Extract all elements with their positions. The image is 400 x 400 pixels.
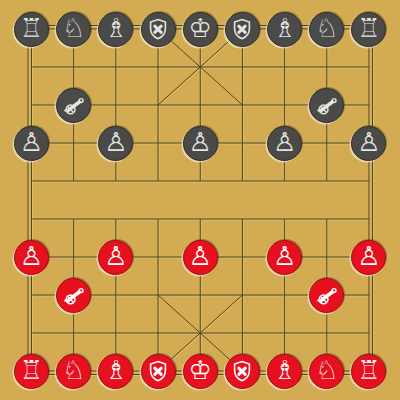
knight-icon: ♘ xyxy=(315,357,338,383)
board-point[interactable] xyxy=(10,200,52,238)
board-point[interactable]: ♘ xyxy=(53,352,95,390)
board-point[interactable] xyxy=(95,162,137,200)
piece-red-pawn[interactable]: ♙ xyxy=(98,240,133,275)
board-point[interactable] xyxy=(53,314,95,352)
board-point[interactable] xyxy=(137,276,179,314)
cannon-icon xyxy=(314,283,339,308)
xiangqi-board: ♖♘♗ ♔ ♗♘♖ ♙♙♙♙♙♙♙♙♙♙ ♖♘♗ ♔ ♗♘♖ xyxy=(0,0,400,400)
bishop-icon: ♗ xyxy=(104,15,127,41)
king-icon: ♔ xyxy=(189,357,212,383)
board-point[interactable] xyxy=(10,48,52,86)
pawn-icon: ♙ xyxy=(189,129,212,155)
piece-red-rook[interactable]: ♖ xyxy=(14,354,49,389)
board-point[interactable] xyxy=(137,352,179,390)
board-point[interactable]: ♙ xyxy=(95,238,137,276)
board-point[interactable] xyxy=(179,86,221,124)
board-point[interactable]: ♘ xyxy=(306,10,348,48)
shield-x-icon xyxy=(146,359,170,383)
board-point[interactable] xyxy=(53,200,95,238)
board-point[interactable] xyxy=(179,314,221,352)
board-point[interactable]: ♗ xyxy=(95,352,137,390)
piece-black-cannon[interactable] xyxy=(309,88,344,123)
pawn-icon: ♙ xyxy=(104,129,127,155)
piece-black-advisor[interactable] xyxy=(225,12,260,47)
board-point[interactable]: ♘ xyxy=(306,352,348,390)
board-point[interactable] xyxy=(95,314,137,352)
pawn-icon: ♙ xyxy=(20,129,43,155)
piece-black-bishop[interactable]: ♗ xyxy=(267,12,302,47)
piece-black-knight[interactable]: ♘ xyxy=(309,12,344,47)
piece-black-pawn[interactable]: ♙ xyxy=(98,126,133,161)
piece-black-king[interactable]: ♔ xyxy=(183,12,218,47)
board-point[interactable] xyxy=(221,86,263,124)
board-point[interactable] xyxy=(137,314,179,352)
piece-red-bishop[interactable]: ♗ xyxy=(98,354,133,389)
board-point[interactable] xyxy=(10,276,52,314)
board-point[interactable] xyxy=(221,48,263,86)
board-point[interactable] xyxy=(221,276,263,314)
rook-icon: ♖ xyxy=(20,15,43,41)
board-point[interactable]: ♔ xyxy=(179,10,221,48)
board-point[interactable] xyxy=(221,200,263,238)
bishop-icon: ♗ xyxy=(273,357,296,383)
board-point[interactable] xyxy=(348,276,390,314)
piece-red-rook[interactable]: ♖ xyxy=(351,354,386,389)
piece-black-cannon[interactable] xyxy=(56,88,91,123)
board-point[interactable] xyxy=(348,162,390,200)
rook-icon: ♖ xyxy=(357,15,380,41)
board-point[interactable] xyxy=(264,86,306,124)
rook-icon: ♖ xyxy=(357,357,380,383)
board-point[interactable] xyxy=(348,86,390,124)
board-point[interactable]: ♙ xyxy=(95,124,137,162)
piece-red-pawn[interactable]: ♙ xyxy=(14,240,49,275)
piece-black-rook[interactable]: ♖ xyxy=(351,12,386,47)
board-point[interactable] xyxy=(137,200,179,238)
board-point[interactable] xyxy=(10,86,52,124)
piece-black-knight[interactable]: ♘ xyxy=(56,12,91,47)
board-point[interactable] xyxy=(264,162,306,200)
board-point[interactable] xyxy=(264,200,306,238)
board-point[interactable]: ♘ xyxy=(53,10,95,48)
piece-black-pawn[interactable]: ♙ xyxy=(351,126,386,161)
piece-black-bishop[interactable]: ♗ xyxy=(98,12,133,47)
board-point[interactable] xyxy=(137,86,179,124)
board-point[interactable] xyxy=(221,314,263,352)
board-point[interactable] xyxy=(221,352,263,390)
board-point[interactable] xyxy=(53,162,95,200)
pawn-icon: ♙ xyxy=(189,243,212,269)
board-point[interactable] xyxy=(137,124,179,162)
board-point[interactable] xyxy=(179,200,221,238)
piece-red-cannon[interactable] xyxy=(309,278,344,313)
bishop-icon: ♗ xyxy=(273,15,296,41)
board-point[interactable] xyxy=(306,200,348,238)
board-point[interactable] xyxy=(53,238,95,276)
board-point[interactable]: ♙ xyxy=(10,124,52,162)
pawn-icon: ♙ xyxy=(357,243,380,269)
board-point[interactable] xyxy=(306,162,348,200)
board-point[interactable]: ♗ xyxy=(95,10,137,48)
board-point[interactable]: ♗ xyxy=(264,10,306,48)
board-point[interactable]: ♗ xyxy=(264,352,306,390)
knight-icon: ♘ xyxy=(62,357,85,383)
board-point[interactable] xyxy=(264,48,306,86)
board-point[interactable] xyxy=(348,200,390,238)
board-point[interactable]: ♙ xyxy=(348,238,390,276)
shield-x-icon xyxy=(146,17,170,41)
knight-icon: ♘ xyxy=(315,15,338,41)
shield-x-icon xyxy=(230,17,254,41)
board-point[interactable] xyxy=(53,124,95,162)
board-point[interactable] xyxy=(179,48,221,86)
board-point[interactable] xyxy=(95,48,137,86)
piece-black-pawn[interactable]: ♙ xyxy=(183,126,218,161)
board-point[interactable]: ♖ xyxy=(348,352,390,390)
board-point[interactable] xyxy=(10,314,52,352)
cannon-icon xyxy=(314,93,339,118)
board-point[interactable] xyxy=(306,238,348,276)
board-point[interactable] xyxy=(306,276,348,314)
shield-x-icon xyxy=(230,359,254,383)
pawn-icon: ♙ xyxy=(357,129,380,155)
board-point[interactable] xyxy=(348,48,390,86)
piece-red-king[interactable]: ♔ xyxy=(183,354,218,389)
piece-red-pawn[interactable]: ♙ xyxy=(351,240,386,275)
board-point[interactable]: ♔ xyxy=(179,352,221,390)
board-point[interactable] xyxy=(137,48,179,86)
piece-red-advisor[interactable] xyxy=(141,354,176,389)
board-point[interactable] xyxy=(179,162,221,200)
pawn-icon: ♙ xyxy=(104,243,127,269)
board-point[interactable] xyxy=(306,48,348,86)
board-point[interactable]: ♖ xyxy=(10,352,52,390)
piece-black-rook[interactable]: ♖ xyxy=(14,12,49,47)
knight-icon: ♘ xyxy=(62,15,85,41)
piece-red-pawn[interactable]: ♙ xyxy=(183,240,218,275)
board-point[interactable]: ♖ xyxy=(10,10,52,48)
board-point[interactable] xyxy=(264,276,306,314)
pawn-icon: ♙ xyxy=(20,243,43,269)
board-point[interactable] xyxy=(137,10,179,48)
bishop-icon: ♗ xyxy=(104,357,127,383)
board-point[interactable]: ♙ xyxy=(264,124,306,162)
board-point[interactable] xyxy=(306,86,348,124)
board-point[interactable] xyxy=(221,162,263,200)
piece-red-advisor[interactable] xyxy=(225,354,260,389)
cannon-icon xyxy=(61,283,86,308)
board-point[interactable]: ♙ xyxy=(264,238,306,276)
board-point[interactable] xyxy=(264,314,306,352)
piece-red-bishop[interactable]: ♗ xyxy=(267,354,302,389)
cannon-icon xyxy=(61,93,86,118)
board-point[interactable]: ♙ xyxy=(179,238,221,276)
board-point[interactable] xyxy=(95,86,137,124)
piece-black-pawn[interactable]: ♙ xyxy=(14,126,49,161)
piece-red-cannon[interactable] xyxy=(56,278,91,313)
board-point[interactable] xyxy=(221,238,263,276)
board-point[interactable] xyxy=(221,124,263,162)
board-point[interactable] xyxy=(53,48,95,86)
board-point[interactable] xyxy=(306,314,348,352)
board-point[interactable] xyxy=(95,276,137,314)
board-point[interactable] xyxy=(221,10,263,48)
piece-red-pawn[interactable]: ♙ xyxy=(267,240,302,275)
board-point[interactable] xyxy=(53,276,95,314)
piece-black-advisor[interactable] xyxy=(141,12,176,47)
rook-icon: ♖ xyxy=(20,357,43,383)
piece-red-knight[interactable]: ♘ xyxy=(309,354,344,389)
board-points: ♖♘♗ ♔ ♗♘♖ ♙♙♙♙♙♙♙♙♙♙ ♖♘♗ ♔ ♗♘♖ xyxy=(10,10,390,390)
board-point[interactable] xyxy=(53,86,95,124)
pawn-icon: ♙ xyxy=(273,243,296,269)
board-point[interactable] xyxy=(137,238,179,276)
board-point[interactable] xyxy=(137,162,179,200)
board-point[interactable] xyxy=(348,314,390,352)
board-point[interactable] xyxy=(306,124,348,162)
board-point[interactable]: ♙ xyxy=(10,238,52,276)
pawn-icon: ♙ xyxy=(273,129,296,155)
piece-red-knight[interactable]: ♘ xyxy=(56,354,91,389)
piece-black-pawn[interactable]: ♙ xyxy=(267,126,302,161)
board-point[interactable]: ♖ xyxy=(348,10,390,48)
board-point[interactable]: ♙ xyxy=(179,124,221,162)
board-point[interactable] xyxy=(10,162,52,200)
board-point[interactable]: ♙ xyxy=(348,124,390,162)
king-icon: ♔ xyxy=(189,15,212,41)
board-point[interactable] xyxy=(95,200,137,238)
board-point[interactable] xyxy=(179,276,221,314)
